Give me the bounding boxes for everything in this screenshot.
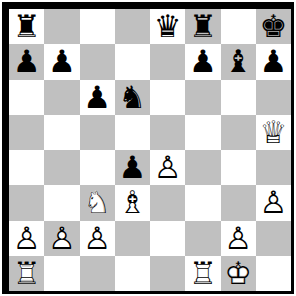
square-h1[interactable] [256, 256, 291, 291]
square-f1[interactable]: ♜♖ [185, 256, 220, 291]
square-e1[interactable] [150, 256, 185, 291]
white-pawn-outline: ♙ [259, 185, 287, 220]
board-frame: ♜♛♜♚♟♟♟♝♟♟♞♛♕♟♟♙♞♘♝♗♟♙♟♙♟♙♟♙♟♙♜♖♜♖♚♔ [2, 2, 294, 294]
square-h6[interactable] [256, 80, 291, 115]
square-f8[interactable]: ♜ [185, 9, 220, 44]
piece-white-pawn[interactable]: ♟♙ [48, 223, 76, 254]
piece-black-pawn[interactable]: ♟ [13, 46, 41, 77]
white-pawn-outline: ♙ [83, 221, 111, 256]
square-b3[interactable] [44, 185, 79, 220]
square-d1[interactable] [115, 256, 150, 291]
square-c1[interactable] [80, 256, 115, 291]
piece-white-pawn[interactable]: ♟♙ [154, 152, 182, 183]
square-c3[interactable]: ♞♘ [80, 185, 115, 220]
piece-black-rook[interactable]: ♜ [13, 11, 41, 42]
square-e5[interactable] [150, 115, 185, 150]
square-f7[interactable]: ♟ [185, 44, 220, 79]
white-pawn-outline: ♙ [13, 221, 41, 256]
white-knight-outline: ♘ [83, 185, 111, 220]
board-outer-edge: ♜♛♜♚♟♟♟♝♟♟♞♛♕♟♟♙♞♘♝♗♟♙♟♙♟♙♟♙♟♙♜♖♜♖♚♔ [0, 0, 296, 296]
white-rook-outline: ♖ [189, 256, 217, 291]
square-b8[interactable] [44, 9, 79, 44]
piece-white-pawn[interactable]: ♟♙ [13, 223, 41, 254]
square-d5[interactable] [115, 115, 150, 150]
white-bishop-outline: ♗ [118, 185, 146, 220]
square-f6[interactable] [185, 80, 220, 115]
square-e3[interactable] [150, 185, 185, 220]
square-d8[interactable] [115, 9, 150, 44]
square-c2[interactable]: ♟♙ [80, 221, 115, 256]
piece-black-pawn[interactable]: ♟ [259, 46, 287, 77]
square-b7[interactable]: ♟ [44, 44, 79, 79]
piece-black-pawn[interactable]: ♟ [83, 82, 111, 113]
square-c8[interactable] [80, 9, 115, 44]
square-c6[interactable]: ♟ [80, 80, 115, 115]
square-b2[interactable]: ♟♙ [44, 221, 79, 256]
square-g8[interactable] [221, 9, 256, 44]
square-e4[interactable]: ♟♙ [150, 150, 185, 185]
square-f5[interactable] [185, 115, 220, 150]
white-rook-outline: ♖ [13, 256, 41, 291]
piece-black-rook[interactable]: ♜ [189, 11, 217, 42]
square-b4[interactable] [44, 150, 79, 185]
square-g3[interactable] [221, 185, 256, 220]
square-a3[interactable] [9, 185, 44, 220]
square-c4[interactable] [80, 150, 115, 185]
square-h3[interactable]: ♟♙ [256, 185, 291, 220]
square-b6[interactable] [44, 80, 79, 115]
square-e8[interactable]: ♛ [150, 9, 185, 44]
piece-black-pawn[interactable]: ♟ [48, 46, 76, 77]
square-e7[interactable] [150, 44, 185, 79]
square-d3[interactable]: ♝♗ [115, 185, 150, 220]
piece-black-pawn[interactable]: ♟ [189, 46, 217, 77]
square-d6[interactable]: ♞ [115, 80, 150, 115]
white-pawn-outline: ♙ [48, 221, 76, 256]
square-b1[interactable] [44, 256, 79, 291]
white-king-outline: ♔ [224, 256, 252, 291]
square-h8[interactable]: ♚ [256, 9, 291, 44]
square-a6[interactable] [9, 80, 44, 115]
piece-black-knight[interactable]: ♞ [118, 82, 146, 113]
piece-black-bishop[interactable]: ♝ [224, 46, 252, 77]
square-g4[interactable] [221, 150, 256, 185]
piece-white-bishop[interactable]: ♝♗ [118, 187, 146, 218]
piece-white-knight[interactable]: ♞♘ [83, 187, 111, 218]
square-f4[interactable] [185, 150, 220, 185]
square-g2[interactable]: ♟♙ [221, 221, 256, 256]
square-c7[interactable] [80, 44, 115, 79]
square-h2[interactable] [256, 221, 291, 256]
square-e2[interactable] [150, 221, 185, 256]
square-e6[interactable] [150, 80, 185, 115]
square-d2[interactable] [115, 221, 150, 256]
square-h7[interactable]: ♟ [256, 44, 291, 79]
square-a7[interactable]: ♟ [9, 44, 44, 79]
square-h5[interactable]: ♛♕ [256, 115, 291, 150]
square-g6[interactable] [221, 80, 256, 115]
piece-white-rook[interactable]: ♜♖ [189, 258, 217, 289]
piece-white-king[interactable]: ♚♔ [224, 258, 252, 289]
piece-black-pawn[interactable]: ♟ [118, 152, 146, 183]
white-queen-outline: ♕ [259, 115, 287, 150]
white-pawn-outline: ♙ [224, 221, 252, 256]
square-a2[interactable]: ♟♙ [9, 221, 44, 256]
piece-white-pawn[interactable]: ♟♙ [224, 223, 252, 254]
piece-white-pawn[interactable]: ♟♙ [259, 187, 287, 218]
square-d4[interactable]: ♟ [115, 150, 150, 185]
piece-white-pawn[interactable]: ♟♙ [83, 223, 111, 254]
square-a1[interactable]: ♜♖ [9, 256, 44, 291]
square-f2[interactable] [185, 221, 220, 256]
square-f3[interactable] [185, 185, 220, 220]
square-g5[interactable] [221, 115, 256, 150]
square-a4[interactable] [9, 150, 44, 185]
white-pawn-outline: ♙ [154, 150, 182, 185]
chess-board: ♜♛♜♚♟♟♟♝♟♟♞♛♕♟♟♙♞♘♝♗♟♙♟♙♟♙♟♙♟♙♜♖♜♖♚♔ [9, 9, 291, 291]
square-g7[interactable]: ♝ [221, 44, 256, 79]
piece-white-rook[interactable]: ♜♖ [13, 258, 41, 289]
square-b5[interactable] [44, 115, 79, 150]
square-g1[interactable]: ♚♔ [221, 256, 256, 291]
piece-white-queen[interactable]: ♛♕ [259, 117, 287, 148]
square-c5[interactable] [80, 115, 115, 150]
square-a8[interactable]: ♜ [9, 9, 44, 44]
square-d7[interactable] [115, 44, 150, 79]
square-a5[interactable] [9, 115, 44, 150]
piece-black-king[interactable]: ♚ [259, 11, 287, 42]
piece-black-queen[interactable]: ♛ [154, 11, 182, 42]
square-h4[interactable] [256, 150, 291, 185]
